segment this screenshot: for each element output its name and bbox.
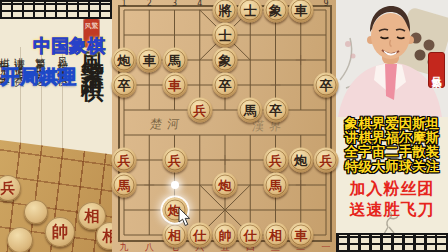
move-marker-dot xyxy=(171,181,179,189)
piece-red-車-c7r9[interactable]: 車 xyxy=(288,223,313,248)
video-thumbnail: 风起萍末情入棋繁星似子弈中速讲谭论道万人赏棋中日月人生趣 風繁講棋 风繁 兵帥相… xyxy=(0,0,448,252)
piece-black-炮-c0r2[interactable]: 炮 xyxy=(112,48,137,73)
host-photo: 凤繁 xyxy=(336,0,448,117)
decorative-lattice-bottom xyxy=(336,233,448,252)
piece-red-兵-c2r6[interactable]: 兵 xyxy=(162,148,187,173)
promo-line-1: 象棋界爱因斯坦 xyxy=(336,116,448,130)
piece-black-象-c4r2[interactable]: 象 xyxy=(213,48,238,73)
piece-black-炮-c7r6[interactable]: 炮 xyxy=(288,148,313,173)
host-name-seal: 凤繁 xyxy=(428,52,445,88)
piece-red-兵-c0r6[interactable]: 兵 xyxy=(112,148,137,173)
file-label-top-1: 1 xyxy=(121,0,126,8)
piece-black-卒-c4r3[interactable]: 卒 xyxy=(213,73,238,98)
piece-black-卒-c6r4[interactable]: 卒 xyxy=(263,98,288,123)
river-label-chu: 楚河 xyxy=(149,116,185,133)
piece-red-兵-c8r6[interactable]: 兵 xyxy=(314,148,339,173)
photo-piece-6 xyxy=(7,227,33,252)
piece-red-馬-c0r7[interactable]: 馬 xyxy=(112,173,137,198)
file-label-bottom-八: 八 xyxy=(145,241,154,252)
photo-piece-2 xyxy=(24,200,48,224)
left-calligraphy-panel: 风起萍末情入棋繁星似子弈中速讲谭论道万人赏棋中日月人生趣 風繁講棋 风繁 兵帥相… xyxy=(0,0,112,252)
piece-black-士-c4r1[interactable]: 士 xyxy=(213,23,238,48)
file-label-top-9: 9 xyxy=(323,0,328,8)
file-label-bottom-九: 九 xyxy=(120,241,129,252)
photo-piece-3: 帥 xyxy=(45,217,75,247)
piece-black-馬-c5r4[interactable]: 馬 xyxy=(238,98,263,123)
caption-china-xiangqi: 中国象棋 xyxy=(33,34,105,58)
piece-red-炮-c4r7[interactable]: 炮 xyxy=(213,173,238,198)
promo-line-3: 全宇宙二手散装 xyxy=(336,144,448,158)
file-label-bottom-一: 一 xyxy=(322,241,331,252)
decorative-lattice-top xyxy=(0,0,112,19)
xiangqi-photo-strip: 兵帥相相 xyxy=(0,140,112,252)
file-label-top-4: 4 xyxy=(197,0,202,8)
file-label-top-3: 3 xyxy=(172,0,177,8)
piece-black-馬-c2r2[interactable]: 馬 xyxy=(162,48,187,73)
promo-line-4: 特级大师球关注 xyxy=(336,159,448,173)
caption-opening-theory: 开局棋理 xyxy=(1,64,77,89)
piece-red-兵-c6r6[interactable]: 兵 xyxy=(263,148,288,173)
piece-red-帥-c4r9[interactable]: 帥 xyxy=(213,223,238,248)
piece-red-馬-c6r7[interactable]: 馬 xyxy=(263,173,288,198)
piece-black-車-c1r2[interactable]: 車 xyxy=(137,48,162,73)
piece-red-車-c2r3[interactable]: 車 xyxy=(162,73,187,98)
piece-red-相-c6r9[interactable]: 相 xyxy=(263,223,288,248)
photo-piece-1: 兵 xyxy=(0,175,21,201)
piece-red-仕-c5r9[interactable]: 仕 xyxy=(238,223,263,248)
mouse-cursor xyxy=(178,208,192,227)
piece-black-卒-c8r3[interactable]: 卒 xyxy=(314,73,339,98)
file-label-top-2: 2 xyxy=(147,0,152,8)
piece-red-兵-c3r4[interactable]: 兵 xyxy=(187,98,212,123)
right-promo-panel: 凤繁 象棋界爱因斯坦讲棋界福尔摩斯全宇宙二手散装特级大师球关注 加入粉丝团 送速… xyxy=(336,0,448,252)
cta-join-fanclub[interactable]: 加入粉丝团 xyxy=(336,179,448,200)
xiangqi-board[interactable]: 123456789 九八七六五四三二一 楚河 漢界 將士象車士炮車馬象卒卒卒馬卒… xyxy=(112,0,336,252)
piece-black-卒-c0r3[interactable]: 卒 xyxy=(112,73,137,98)
